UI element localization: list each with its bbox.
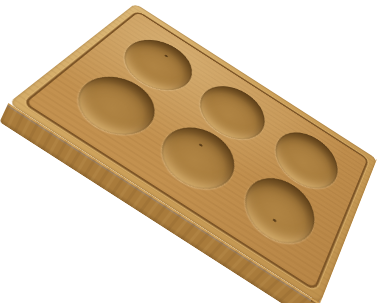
pit-r0c0[interactable] [111,30,203,101]
product-photo-stage [0,0,386,303]
pit-r0c1[interactable] [188,76,274,151]
mancala-board [8,4,377,303]
pit-r0c2[interactable] [266,121,346,200]
